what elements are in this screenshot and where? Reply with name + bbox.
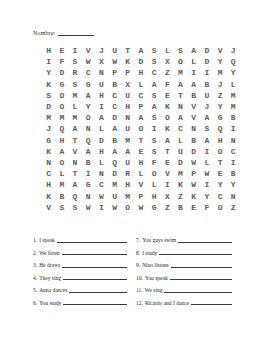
grid-cell[interactable]: G: [82, 79, 95, 90]
grid-cell[interactable]: K: [121, 56, 134, 67]
grid-cell[interactable]: E: [161, 157, 174, 168]
grid-cell[interactable]: M: [174, 67, 187, 78]
grid-cell[interactable]: V: [213, 45, 226, 56]
grid-cell[interactable]: C: [95, 179, 108, 190]
grid-cell[interactable]: V: [134, 179, 147, 190]
clue-number: 8.: [136, 250, 140, 256]
grid-cell[interactable]: N: [95, 168, 108, 179]
grid-cell[interactable]: A: [108, 123, 121, 134]
answer-blank[interactable]: [62, 253, 127, 255]
clue-list-left: 1.I speak2.We listen3.He draws4.They sin…: [33, 237, 127, 313]
clue-number: 7.: [136, 237, 140, 243]
grid-cell[interactable]: O: [55, 101, 68, 112]
grid-cell[interactable]: Y: [213, 101, 226, 112]
grid-cell[interactable]: N: [227, 190, 240, 201]
grid-cell[interactable]: O: [213, 146, 226, 157]
clue-text: He draws: [39, 262, 60, 268]
grid-cell[interactable]: C: [108, 101, 121, 112]
grid-cell[interactable]: C: [174, 123, 187, 134]
grid-cell[interactable]: H: [121, 101, 134, 112]
grid-cell[interactable]: S: [200, 123, 213, 134]
clue-text: Anna dances: [39, 287, 67, 293]
grid-cell[interactable]: U: [121, 123, 134, 134]
grid-cell[interactable]: X: [95, 56, 108, 67]
grid-cell[interactable]: V: [68, 146, 81, 157]
grid-cell[interactable]: A: [95, 112, 108, 123]
grid-cell[interactable]: Q: [213, 123, 226, 134]
grid-cell[interactable]: J: [227, 45, 240, 56]
grid-cell[interactable]: D: [200, 56, 213, 67]
grid-cell[interactable]: O: [174, 56, 187, 67]
grid-cell[interactable]: K: [174, 179, 187, 190]
grid-cell[interactable]: A: [187, 79, 200, 90]
grid-cell[interactable]: S: [174, 45, 187, 56]
grid-cell[interactable]: W: [187, 157, 200, 168]
grid-cell[interactable]: Z: [174, 190, 187, 201]
grid-cell[interactable]: K: [161, 123, 174, 134]
grid-cell[interactable]: F: [161, 79, 174, 90]
grid-cell[interactable]: A: [108, 146, 121, 157]
clue-item: 9.Nino listens: [136, 262, 232, 268]
grid-cell[interactable]: A: [200, 135, 213, 146]
name-field: Nombre:: [33, 26, 94, 36]
grid-cell[interactable]: B: [108, 79, 121, 90]
grid-cell[interactable]: Z: [227, 202, 240, 213]
grid-cell[interactable]: D: [200, 45, 213, 56]
grid-cell[interactable]: S: [42, 90, 55, 101]
grid-cell[interactable]: D: [55, 67, 68, 78]
grid-cell[interactable]: M: [55, 112, 68, 123]
grid-cell[interactable]: Z: [213, 90, 226, 101]
clue-number: 10.: [136, 275, 143, 281]
grid-cell[interactable]: I: [200, 67, 213, 78]
grid-cell[interactable]: W: [134, 202, 147, 213]
grid-cell[interactable]: L: [200, 157, 213, 168]
grid-cell[interactable]: M: [68, 90, 81, 101]
grid-cell[interactable]: A: [68, 123, 81, 134]
grid-cell[interactable]: R: [121, 168, 134, 179]
grid-cell[interactable]: V: [187, 101, 200, 112]
clue-text: I study: [142, 250, 157, 256]
grid-cell[interactable]: K: [42, 79, 55, 90]
grid-cell[interactable]: P: [187, 168, 200, 179]
grid-cell[interactable]: I: [95, 101, 108, 112]
grid-cell[interactable]: A: [82, 90, 95, 101]
grid-cell[interactable]: A: [121, 146, 134, 157]
grid-cell[interactable]: K: [42, 146, 55, 157]
clue-text: You study: [39, 300, 61, 306]
grid-cell[interactable]: I: [148, 123, 161, 134]
grid-cell[interactable]: G: [55, 79, 68, 90]
grid-cell[interactable]: I: [82, 168, 95, 179]
grid-cell[interactable]: P: [108, 67, 121, 78]
clue-number: 4.: [33, 275, 37, 281]
grid-cell[interactable]: V: [187, 112, 200, 123]
clue-text: I speak: [39, 237, 55, 243]
clue-text: Nino listens: [142, 262, 168, 268]
answer-blank[interactable]: [69, 291, 127, 293]
grid-cell[interactable]: L: [148, 179, 161, 190]
grid-cell[interactable]: L: [68, 101, 81, 112]
grid-cell[interactable]: O: [121, 202, 134, 213]
grid-cell[interactable]: O: [134, 123, 147, 134]
grid-cell[interactable]: M: [121, 190, 134, 201]
grid-cell[interactable]: S: [68, 79, 81, 90]
grid-cell[interactable]: U: [108, 190, 121, 201]
grid-cell[interactable]: C: [213, 190, 226, 201]
answer-blank[interactable]: [63, 278, 127, 280]
grid-cell[interactable]: M: [213, 67, 226, 78]
grid-cell[interactable]: B: [108, 135, 121, 146]
answer-blank[interactable]: [171, 266, 232, 268]
grid-cell[interactable]: S: [68, 56, 81, 67]
grid-cell[interactable]: Z: [161, 67, 174, 78]
grid-cell[interactable]: A: [148, 79, 161, 90]
grid-cell[interactable]: B: [174, 202, 187, 213]
clue-number: 1.: [33, 237, 37, 243]
clue-number: 2.: [33, 250, 37, 256]
worksheet-page: Nombre: HEIVJUTASLSADVJIFSWXWKDSXOLDYQYD…: [0, 0, 270, 350]
grid-cell[interactable]: U: [174, 146, 187, 157]
grid-cell[interactable]: T: [134, 135, 147, 146]
grid-cell[interactable]: H: [95, 146, 108, 157]
grid-cell[interactable]: A: [200, 112, 213, 123]
grid-cell[interactable]: R: [68, 67, 81, 78]
grid-cell[interactable]: T: [121, 45, 134, 56]
grid-cell[interactable]: O: [148, 168, 161, 179]
grid-cell[interactable]: B: [187, 90, 200, 101]
grid-cell[interactable]: A: [68, 179, 81, 190]
clue-text: They sing: [39, 275, 61, 281]
grid-cell[interactable]: W: [187, 179, 200, 190]
grid-cell[interactable]: J: [200, 101, 213, 112]
clue-item: 3.He draws: [33, 262, 127, 268]
grid-cell[interactable]: P: [121, 67, 134, 78]
grid-cell[interactable]: A: [82, 146, 95, 157]
grid-cell[interactable]: T: [68, 135, 81, 146]
grid-cell[interactable]: G: [82, 179, 95, 190]
clue-number: 11.: [136, 287, 143, 293]
grid-cell[interactable]: B: [227, 168, 240, 179]
grid-cell[interactable]: W: [95, 190, 108, 201]
grid-cell[interactable]: N: [95, 67, 108, 78]
grid-cell[interactable]: J: [213, 79, 226, 90]
grid-cell[interactable]: M: [121, 135, 134, 146]
clue-item: 10.You speak: [136, 275, 232, 281]
grid-cell[interactable]: N: [82, 190, 95, 201]
grid-cell[interactable]: K: [42, 190, 55, 201]
clue-text: You speak: [145, 275, 168, 281]
grid-cell[interactable]: E: [134, 146, 147, 157]
grid-cell[interactable]: E: [213, 168, 226, 179]
clue-text: Ricardo and I dance: [145, 300, 189, 306]
grid-cell[interactable]: Q: [227, 56, 240, 67]
grid-cell[interactable]: D: [108, 112, 121, 123]
clue-text: We listen: [39, 250, 59, 256]
clue-number: 12.: [136, 300, 143, 306]
grid-cell[interactable]: Y: [42, 67, 55, 78]
grid-cell[interactable]: I: [227, 123, 240, 134]
grid-cell[interactable]: I: [42, 56, 55, 67]
grid-cell[interactable]: I: [95, 202, 108, 213]
grid-cell[interactable]: W: [108, 56, 121, 67]
grid-cell[interactable]: H: [134, 157, 147, 168]
grid-cell[interactable]: V: [42, 202, 55, 213]
grid-cell[interactable]: S: [148, 146, 161, 157]
answer-blank[interactable]: [159, 253, 232, 255]
clue-item: 8.I study: [136, 250, 232, 256]
grid-cell[interactable]: X: [121, 79, 134, 90]
grid-cell[interactable]: E: [55, 45, 68, 56]
grid-cell[interactable]: Z: [161, 202, 174, 213]
clue-number: 6.: [33, 300, 37, 306]
grid-cell[interactable]: M: [55, 179, 68, 190]
clue-number: 3.: [33, 262, 37, 268]
grid-cell[interactable]: H: [134, 67, 147, 78]
grid-cell[interactable]: Q: [55, 123, 68, 134]
grid-cell[interactable]: O: [55, 157, 68, 168]
grid-cell[interactable]: O: [213, 202, 226, 213]
grid-cell[interactable]: A: [55, 146, 68, 157]
grid-cell[interactable]: T: [68, 168, 81, 179]
grid-cell[interactable]: J: [42, 123, 55, 134]
grid-cell[interactable]: T: [174, 90, 187, 101]
grid-cell[interactable]: Y: [82, 101, 95, 112]
grid-cell[interactable]: H: [42, 179, 55, 190]
clue-item: 7.You guys swim: [136, 237, 232, 243]
grid-cell[interactable]: L: [134, 79, 147, 90]
grid-cell[interactable]: C: [148, 67, 161, 78]
clue-number: 9.: [136, 262, 140, 268]
grid-cell[interactable]: K: [187, 190, 200, 201]
grid-cell[interactable]: S: [68, 202, 81, 213]
answer-blank[interactable]: [164, 291, 232, 293]
grid-cell[interactable]: B: [227, 112, 240, 123]
wordsearch-grid: HEIVJUTASLSADVJIFSWXWKDSXOLDYQYDRCNPPHCZ…: [42, 45, 240, 213]
grid-cell[interactable]: C: [82, 67, 95, 78]
grid-cell[interactable]: W: [82, 202, 95, 213]
grid-cell[interactable]: B: [82, 157, 95, 168]
name-blank[interactable]: [58, 29, 94, 36]
answer-blank[interactable]: [62, 266, 127, 268]
grid-cell[interactable]: F: [55, 56, 68, 67]
grid-cell[interactable]: T: [213, 157, 226, 168]
grid-cell[interactable]: M: [42, 112, 55, 123]
grid-cell[interactable]: E: [161, 90, 174, 101]
grid-cell[interactable]: A: [134, 45, 147, 56]
grid-cell[interactable]: V: [82, 45, 95, 56]
grid-cell[interactable]: G: [213, 112, 226, 123]
grid-cell[interactable]: S: [148, 135, 161, 146]
clue-number: 5.: [33, 287, 37, 293]
grid-cell[interactable]: C: [42, 168, 55, 179]
grid-cell[interactable]: S: [148, 90, 161, 101]
grid-cell[interactable]: L: [174, 135, 187, 146]
grid-cell[interactable]: G: [148, 202, 161, 213]
grid-cell[interactable]: I: [161, 179, 174, 190]
grid-cell[interactable]: A: [174, 79, 187, 90]
grid-cell[interactable]: L: [227, 79, 240, 90]
grid-cell[interactable]: Y: [227, 67, 240, 78]
grid-cell[interactable]: E: [187, 202, 200, 213]
grid-cell[interactable]: U: [121, 90, 134, 101]
grid-cell[interactable]: T: [161, 146, 174, 157]
grid-cell[interactable]: N: [82, 123, 95, 134]
clue-item: 2.We listen: [33, 250, 127, 256]
grid-cell[interactable]: I: [227, 157, 240, 168]
answer-blank[interactable]: [191, 303, 232, 305]
grid-cell[interactable]: H: [42, 45, 55, 56]
grid-cell[interactable]: J: [95, 45, 108, 56]
grid-cell[interactable]: S: [148, 112, 161, 123]
answer-blank[interactable]: [57, 241, 127, 243]
grid-cell[interactable]: I: [200, 146, 213, 157]
grid-cell[interactable]: X: [161, 56, 174, 67]
grid-cell[interactable]: N: [174, 101, 187, 112]
grid-cell[interactable]: H: [213, 135, 226, 146]
grid-cell[interactable]: A: [174, 112, 187, 123]
grid-cell[interactable]: Y: [227, 179, 240, 190]
grid-cell[interactable]: B: [200, 79, 213, 90]
grid-cell[interactable]: X: [161, 190, 174, 201]
clue-text: You guys swim: [142, 237, 176, 243]
clue-item: 11.We sing: [136, 287, 232, 293]
grid-cell[interactable]: Y: [213, 56, 226, 67]
grid-cell[interactable]: Q: [108, 157, 121, 168]
grid-cell[interactable]: P: [134, 101, 147, 112]
grid-cell[interactable]: K: [161, 101, 174, 112]
grid-cell[interactable]: Q: [82, 135, 95, 146]
grid-cell[interactable]: W: [200, 168, 213, 179]
grid-cell[interactable]: W: [108, 202, 121, 213]
grid-cell[interactable]: D: [95, 135, 108, 146]
grid-cell[interactable]: O: [82, 112, 95, 123]
grid-cell[interactable]: B: [55, 190, 68, 201]
grid-cell[interactable]: I: [187, 67, 200, 78]
grid-cell[interactable]: D: [42, 101, 55, 112]
name-label: Nombre:: [33, 30, 56, 36]
grid-cell[interactable]: O: [161, 112, 174, 123]
grid-cell[interactable]: Q: [68, 190, 81, 201]
grid-cell[interactable]: N: [68, 157, 81, 168]
grid-cell[interactable]: S: [55, 202, 68, 213]
grid-cell[interactable]: C: [227, 146, 240, 157]
grid-cell[interactable]: U: [95, 79, 108, 90]
grid-cell[interactable]: I: [200, 179, 213, 190]
grid-cell[interactable]: O: [55, 90, 68, 101]
grid-cell[interactable]: V: [161, 168, 174, 179]
grid-cell[interactable]: F: [200, 202, 213, 213]
grid-cell[interactable]: H: [148, 190, 161, 201]
grid-cell[interactable]: M: [174, 168, 187, 179]
grid-cell[interactable]: M: [108, 179, 121, 190]
grid-cell[interactable]: W: [82, 56, 95, 67]
clue-text: We sing: [145, 287, 163, 293]
clue-item: 5.Anna dances: [33, 287, 127, 293]
clue-item: 6.You study: [33, 300, 127, 306]
grid-cell[interactable]: L: [55, 168, 68, 179]
grid-cell[interactable]: M: [227, 90, 240, 101]
grid-cell[interactable]: D: [134, 56, 147, 67]
grid-cell[interactable]: B: [187, 135, 200, 146]
grid-cell[interactable]: Y: [213, 179, 226, 190]
grid-cell[interactable]: N: [187, 123, 200, 134]
grid-cell[interactable]: S: [148, 56, 161, 67]
grid-cell[interactable]: H: [121, 179, 134, 190]
grid-cell[interactable]: U: [108, 45, 121, 56]
grid-cell[interactable]: L: [95, 157, 108, 168]
clue-list-right: 7.You guys swim8.I study9.Nino listens10…: [136, 237, 232, 313]
clue-item: 4.They sing: [33, 275, 127, 281]
clue-item: 12.Ricardo and I dance: [136, 300, 232, 306]
grid-cell[interactable]: A: [161, 135, 174, 146]
grid-cell[interactable]: F: [148, 157, 161, 168]
grid-cell[interactable]: A: [187, 45, 200, 56]
grid-cell[interactable]: N: [42, 157, 55, 168]
answer-blank[interactable]: [178, 241, 232, 243]
grid-cell[interactable]: D: [108, 168, 121, 179]
grid-cell[interactable]: H: [95, 90, 108, 101]
grid-cell[interactable]: L: [134, 168, 147, 179]
grid-cell[interactable]: A: [148, 101, 161, 112]
grid-cell[interactable]: U: [200, 90, 213, 101]
answer-blank[interactable]: [170, 278, 232, 280]
grid-cell[interactable]: P: [134, 190, 147, 201]
grid-cell[interactable]: G: [42, 135, 55, 146]
grid-cell[interactable]: U: [121, 157, 134, 168]
grid-cell[interactable]: I: [68, 45, 81, 56]
grid-cell[interactable]: C: [108, 90, 121, 101]
clue-item: 1.I speak: [33, 237, 127, 243]
grid-cell[interactable]: L: [95, 123, 108, 134]
grid-cell[interactable]: N: [121, 112, 134, 123]
grid-cell[interactable]: D: [187, 146, 200, 157]
grid-cell[interactable]: N: [227, 135, 240, 146]
grid-cell[interactable]: Y: [200, 190, 213, 201]
grid-cell[interactable]: L: [161, 45, 174, 56]
grid-cell[interactable]: A: [134, 112, 147, 123]
grid-cell[interactable]: D: [174, 157, 187, 168]
grid-cell[interactable]: M: [68, 112, 81, 123]
grid-cell[interactable]: M: [227, 101, 240, 112]
grid-cell[interactable]: C: [134, 90, 147, 101]
grid-cell[interactable]: H: [55, 135, 68, 146]
grid-cell[interactable]: S: [148, 45, 161, 56]
grid-cell[interactable]: L: [187, 56, 200, 67]
answer-blank[interactable]: [63, 303, 127, 305]
